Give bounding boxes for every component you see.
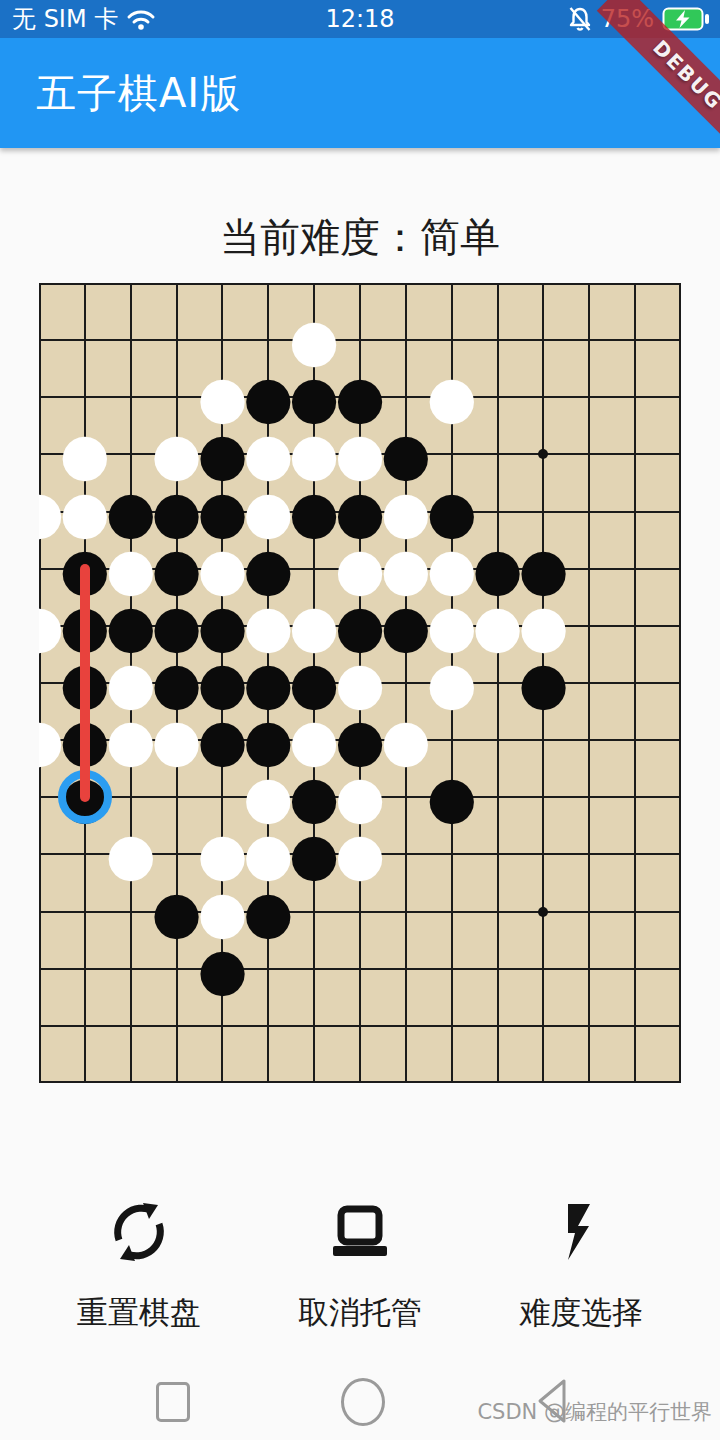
white-stone: ●	[154, 717, 200, 763]
reset-board-label: 重置棋盘	[77, 1292, 201, 1334]
black-stone: ●	[108, 489, 154, 535]
clock: 12:18	[325, 5, 394, 33]
white-stone: ●	[429, 660, 475, 706]
grid-line	[39, 1081, 681, 1083]
black-stone: ●	[337, 374, 383, 420]
difficulty-select-label: 难度选择	[519, 1292, 643, 1334]
black-stone: ●	[337, 603, 383, 649]
refresh-icon	[107, 1200, 171, 1264]
sim-status-text: 无 SIM 卡	[12, 3, 118, 35]
grid-line	[497, 283, 499, 1083]
white-stone: ●	[520, 603, 566, 649]
black-stone: ●	[154, 546, 200, 592]
white-stone: ●	[291, 717, 337, 763]
screen: 无 SIM 卡 12:18 75% 五子棋AI版 DEBU	[0, 0, 720, 1440]
white-stone: ●	[39, 489, 62, 535]
nav-home-circle-icon[interactable]	[341, 1378, 385, 1426]
black-stone: ●	[291, 774, 337, 820]
white-stone: ●	[337, 660, 383, 706]
star-point	[538, 449, 548, 459]
white-stone: ●	[291, 317, 337, 363]
white-stone: ●	[62, 431, 108, 477]
white-stone: ●	[337, 831, 383, 877]
black-stone: ●	[245, 546, 291, 592]
white-stone: ●	[154, 431, 200, 477]
black-stone: ●	[245, 374, 291, 420]
white-stone: ●	[108, 660, 154, 706]
cancel-autoplay-label: 取消托管	[298, 1292, 422, 1334]
difficulty-label: 当前难度：简单	[0, 210, 720, 265]
white-stone: ●	[245, 431, 291, 477]
black-stone: ●	[429, 489, 475, 535]
black-stone: ●	[245, 717, 291, 763]
laptop-icon	[328, 1200, 392, 1264]
white-stone: ●	[429, 374, 475, 420]
black-stone: ●	[383, 431, 429, 477]
grid-line	[39, 911, 681, 913]
black-stone: ●	[291, 660, 337, 706]
app-title: 五子棋AI版	[36, 66, 241, 121]
white-stone: ●	[199, 889, 245, 935]
white-stone: ●	[108, 831, 154, 877]
difficulty-select-button[interactable]: 难度选择	[471, 1200, 692, 1334]
black-stone: ●	[108, 603, 154, 649]
black-stone: ●	[199, 660, 245, 706]
white-stone: ●	[39, 603, 62, 649]
black-stone: ●	[429, 774, 475, 820]
board[interactable]: ●●●●●●●●●●●●●●●●●●●●●●●●●●●●●●●●●●●●●●●●…	[39, 283, 681, 1083]
app-bar: 五子棋AI版	[0, 38, 720, 148]
action-bar: 重置棋盘 取消托管 难度选择	[0, 1200, 720, 1334]
white-stone: ●	[199, 546, 245, 592]
white-stone: ●	[337, 431, 383, 477]
grid-line	[588, 283, 590, 1083]
grid-line	[405, 283, 407, 1083]
white-stone: ●	[383, 546, 429, 592]
black-stone: ●	[520, 546, 566, 592]
status-left: 无 SIM 卡	[12, 3, 156, 35]
black-stone: ●	[291, 489, 337, 535]
black-stone: ●	[154, 603, 200, 649]
black-stone: ●	[337, 489, 383, 535]
grid-line	[39, 1025, 681, 1027]
white-stone: ●	[383, 717, 429, 763]
white-stone: ●	[291, 603, 337, 649]
black-stone: ●	[475, 546, 521, 592]
white-stone: ●	[199, 831, 245, 877]
white-stone: ●	[245, 774, 291, 820]
black-stone: ●	[154, 889, 200, 935]
white-stone: ●	[245, 831, 291, 877]
black-stone: ●	[199, 717, 245, 763]
white-stone: ●	[337, 774, 383, 820]
black-stone: ●	[383, 603, 429, 649]
black-stone: ●	[520, 660, 566, 706]
black-stone: ●	[291, 374, 337, 420]
white-stone: ●	[39, 717, 62, 763]
star-point	[538, 907, 548, 917]
notifications-off-icon	[567, 5, 593, 33]
winning-line	[80, 564, 90, 803]
white-stone: ●	[429, 546, 475, 592]
black-stone: ●	[154, 489, 200, 535]
grid-line	[679, 283, 681, 1083]
white-stone: ●	[383, 489, 429, 535]
white-stone: ●	[291, 431, 337, 477]
white-stone: ●	[108, 546, 154, 592]
white-stone: ●	[199, 374, 245, 420]
black-stone: ●	[199, 946, 245, 992]
black-stone: ●	[245, 889, 291, 935]
white-stone: ●	[475, 603, 521, 649]
black-stone: ●	[154, 660, 200, 706]
white-stone: ●	[429, 603, 475, 649]
nav-recents-square-icon[interactable]	[156, 1382, 190, 1422]
white-stone: ●	[245, 489, 291, 535]
white-stone: ●	[245, 603, 291, 649]
black-stone: ●	[245, 660, 291, 706]
reset-board-button[interactable]: 重置棋盘	[28, 1200, 249, 1334]
white-stone: ●	[62, 489, 108, 535]
grid-line	[634, 283, 636, 1083]
white-stone: ●	[337, 546, 383, 592]
black-stone: ●	[199, 603, 245, 649]
grid-line	[39, 968, 681, 970]
black-stone: ●	[199, 489, 245, 535]
watermark-text: CSDN @编程的平行世界	[477, 1398, 712, 1426]
wifi-icon	[126, 6, 156, 32]
lightning-icon	[549, 1200, 613, 1264]
black-stone: ●	[199, 431, 245, 477]
black-stone: ●	[291, 831, 337, 877]
white-stone: ●	[108, 717, 154, 763]
black-stone: ●	[337, 717, 383, 763]
cancel-autoplay-button[interactable]: 取消托管	[249, 1200, 470, 1334]
